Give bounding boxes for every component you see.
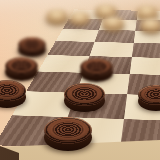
piece-top — [18, 37, 46, 53]
piece-top — [95, 4, 117, 16]
piece-top — [140, 18, 160, 30]
piece-top — [69, 11, 90, 23]
piece-top — [136, 5, 158, 17]
checker-piece-dark[interactable]: ⛂ — [0, 80, 26, 107]
checker-piece-dark[interactable]: ⛂ — [80, 58, 113, 82]
piece-top — [80, 58, 113, 77]
checker-piece-light[interactable]: ⛀ — [46, 9, 68, 25]
checker-piece-dark[interactable]: ⛂ — [64, 83, 105, 113]
checker-piece-dark[interactable]: ⛂ — [18, 37, 46, 57]
piece-top — [46, 9, 68, 21]
checker-piece-dark[interactable]: ⛂ — [44, 117, 92, 152]
piece-top — [64, 83, 105, 106]
checkers-photo-scene: ⛀⛀⛀⛀⛀⛀⛂⛂⛂⛂⛂⛂⛂ — [0, 0, 160, 160]
piece-top — [102, 16, 124, 28]
piece-top — [44, 117, 92, 144]
pieces-layer: ⛀⛀⛀⛀⛀⛀⛂⛂⛂⛂⛂⛂⛂ — [0, 0, 160, 160]
checker-piece-light[interactable]: ⛀ — [140, 18, 160, 34]
checker-piece-dark[interactable]: ⛂ — [138, 85, 160, 111]
piece-top — [5, 57, 38, 76]
checker-piece-dark[interactable]: ⛂ — [5, 57, 38, 81]
checker-piece-light[interactable]: ⛀ — [102, 16, 124, 32]
checker-piece-light[interactable]: ⛀ — [69, 11, 90, 26]
